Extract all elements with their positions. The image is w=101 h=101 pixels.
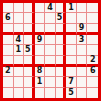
cell-r9c4[interactable]: [35, 88, 46, 98]
cell-r6c3[interactable]: [24, 56, 35, 67]
cell-r4c1[interactable]: [3, 35, 14, 45]
cell-r6c7[interactable]: [66, 56, 77, 67]
cell-r7c8[interactable]: [77, 67, 88, 77]
cell-r3c7[interactable]: [66, 24, 77, 35]
cell-r1c3[interactable]: [24, 3, 35, 13]
cell-r4c8-given-3[interactable]: 3: [77, 35, 88, 45]
cell-r7c7[interactable]: [66, 67, 77, 77]
cell-r2c6-given-5[interactable]: 5: [56, 13, 67, 23]
cell-r9c2[interactable]: [14, 88, 25, 98]
cell-r8c9[interactable]: [87, 77, 98, 87]
cell-r2c4[interactable]: [35, 13, 46, 23]
cell-r6c6[interactable]: [56, 56, 67, 67]
cell-r4c9[interactable]: [87, 35, 98, 45]
cell-r9c3[interactable]: [24, 88, 35, 98]
cell-r5c5[interactable]: [45, 45, 56, 55]
cell-r5c7[interactable]: [66, 45, 77, 55]
cell-r8c3[interactable]: [24, 77, 35, 87]
sudoku-board: 41659493152286175: [0, 0, 101, 101]
cell-r4c4-given-9[interactable]: 9: [35, 35, 46, 45]
cell-r7c2[interactable]: [14, 67, 25, 77]
cell-r5c4[interactable]: [35, 45, 46, 55]
cell-r7c5[interactable]: [45, 67, 56, 77]
cell-r6c2[interactable]: [14, 56, 25, 67]
cell-r8c6[interactable]: [56, 77, 67, 87]
cell-r2c5[interactable]: [45, 13, 56, 23]
cell-r8c7-given-7[interactable]: 7: [66, 77, 77, 87]
cell-r8c5[interactable]: [45, 77, 56, 87]
cell-r5c8[interactable]: [77, 45, 88, 55]
cell-r6c8[interactable]: [77, 56, 88, 67]
cell-r9c7-given-5[interactable]: 5: [66, 88, 77, 98]
cell-r2c3[interactable]: [24, 13, 35, 23]
cell-r2c2[interactable]: [14, 13, 25, 23]
cell-r1c7-given-1[interactable]: 1: [66, 3, 77, 13]
cell-r5c1[interactable]: [3, 45, 14, 55]
cell-r9c5[interactable]: [45, 88, 56, 98]
cell-r4c7[interactable]: [66, 35, 77, 45]
cell-r1c5-given-4[interactable]: 4: [45, 3, 56, 13]
cell-r3c6[interactable]: [56, 24, 67, 35]
cell-r6c1[interactable]: [3, 56, 14, 67]
cell-r2c1-given-6[interactable]: 6: [3, 13, 14, 23]
cell-r2c9[interactable]: [87, 13, 98, 23]
cell-r2c7[interactable]: [66, 13, 77, 23]
cell-r1c9[interactable]: [87, 3, 98, 13]
cell-r5c3-given-5[interactable]: 5: [24, 45, 35, 55]
cell-r7c9-given-6[interactable]: 6: [87, 67, 98, 77]
cell-r1c8[interactable]: [77, 3, 88, 13]
cell-r7c6[interactable]: [56, 67, 67, 77]
cell-r3c3[interactable]: [24, 24, 35, 35]
cell-r6c9-given-2[interactable]: 2: [87, 56, 98, 67]
cell-r9c8[interactable]: [77, 88, 88, 98]
cell-r3c9[interactable]: [87, 24, 98, 35]
cell-r3c1[interactable]: [3, 24, 14, 35]
cell-r3c5[interactable]: [45, 24, 56, 35]
cell-r4c3[interactable]: [24, 35, 35, 45]
cell-r3c8-given-9[interactable]: 9: [77, 24, 88, 35]
cell-r6c5[interactable]: [45, 56, 56, 67]
cell-r9c6[interactable]: [56, 88, 67, 98]
cell-r6c4[interactable]: [35, 56, 46, 67]
cell-r7c1-given-2[interactable]: 2: [3, 67, 14, 77]
cell-r7c3[interactable]: [24, 67, 35, 77]
cell-r3c2[interactable]: [14, 24, 25, 35]
cell-r4c2-given-4[interactable]: 4: [14, 35, 25, 45]
cell-r8c1[interactable]: [3, 77, 14, 87]
cell-r5c6[interactable]: [56, 45, 67, 55]
cell-r9c9[interactable]: [87, 88, 98, 98]
cell-r4c6[interactable]: [56, 35, 67, 45]
cell-r8c2[interactable]: [14, 77, 25, 87]
cell-r1c4[interactable]: [35, 3, 46, 13]
cell-r8c4-given-1[interactable]: 1: [35, 77, 46, 87]
cell-r7c4-given-8[interactable]: 8: [35, 67, 46, 77]
cell-r9c1[interactable]: [3, 88, 14, 98]
cell-r1c1[interactable]: [3, 3, 14, 13]
cell-r8c8[interactable]: [77, 77, 88, 87]
cell-r5c2-given-1[interactable]: 1: [14, 45, 25, 55]
cell-r4c5[interactable]: [45, 35, 56, 45]
cell-r1c2[interactable]: [14, 3, 25, 13]
cell-r1c6[interactable]: [56, 3, 67, 13]
cell-r3c4[interactable]: [35, 24, 46, 35]
